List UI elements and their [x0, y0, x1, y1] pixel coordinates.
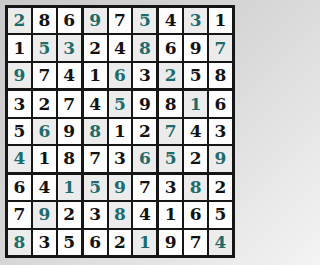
- cell-r6c9[interactable]: 9: [209, 146, 232, 171]
- cell-r7c4[interactable]: 5: [84, 175, 107, 200]
- box-6: 816743529: [159, 91, 232, 171]
- cell-r8c1[interactable]: 7: [8, 202, 31, 227]
- cell-r3c4[interactable]: 1: [84, 63, 107, 88]
- cell-r4c6[interactable]: 9: [133, 91, 156, 116]
- cell-r9c7[interactable]: 9: [159, 230, 182, 255]
- cell-r1c3[interactable]: 6: [58, 8, 81, 33]
- cell-r3c3[interactable]: 4: [58, 63, 81, 88]
- cell-r3c5[interactable]: 6: [109, 63, 132, 88]
- cell-r1c7[interactable]: 4: [159, 8, 182, 33]
- cell-r2c7[interactable]: 6: [159, 35, 182, 60]
- cell-r6c1[interactable]: 4: [8, 146, 31, 171]
- cell-r3c8[interactable]: 5: [184, 63, 207, 88]
- cell-r4c1[interactable]: 3: [8, 91, 31, 116]
- cell-r2c9[interactable]: 7: [209, 35, 232, 60]
- cell-r5c1[interactable]: 5: [8, 119, 31, 144]
- cell-r4c4[interactable]: 4: [84, 91, 107, 116]
- cell-r6c7[interactable]: 5: [159, 146, 182, 171]
- cell-r7c7[interactable]: 3: [159, 175, 182, 200]
- cell-r9c5[interactable]: 2: [109, 230, 132, 255]
- cell-r7c2[interactable]: 4: [33, 175, 56, 200]
- box-8: 597384621: [84, 175, 157, 255]
- box-3: 431697258: [159, 8, 232, 88]
- cell-r9c4[interactable]: 6: [84, 230, 107, 255]
- cell-r5c4[interactable]: 8: [84, 119, 107, 144]
- cell-r2c2[interactable]: 5: [33, 35, 56, 60]
- cell-r5c6[interactable]: 2: [133, 119, 156, 144]
- cell-r2c1[interactable]: 1: [8, 35, 31, 60]
- cell-r2c5[interactable]: 4: [109, 35, 132, 60]
- cell-r4c2[interactable]: 2: [33, 91, 56, 116]
- cell-r2c3[interactable]: 3: [58, 35, 81, 60]
- cell-r4c3[interactable]: 7: [58, 91, 81, 116]
- cell-r6c3[interactable]: 8: [58, 146, 81, 171]
- cell-r8c3[interactable]: 2: [58, 202, 81, 227]
- cell-r4c8[interactable]: 1: [184, 91, 207, 116]
- cell-r1c4[interactable]: 9: [84, 8, 107, 33]
- box-5: 459812736: [84, 91, 157, 171]
- cell-r8c5[interactable]: 8: [109, 202, 132, 227]
- cell-r8c6[interactable]: 4: [133, 202, 156, 227]
- cell-r7c1[interactable]: 6: [8, 175, 31, 200]
- cell-r8c2[interactable]: 9: [33, 202, 56, 227]
- cell-r3c7[interactable]: 2: [159, 63, 182, 88]
- cell-r6c4[interactable]: 7: [84, 146, 107, 171]
- cell-r4c9[interactable]: 6: [209, 91, 232, 116]
- cell-r2c8[interactable]: 9: [184, 35, 207, 60]
- cell-r9c3[interactable]: 5: [58, 230, 81, 255]
- cell-r7c6[interactable]: 7: [133, 175, 156, 200]
- cell-r7c8[interactable]: 8: [184, 175, 207, 200]
- cell-r8c9[interactable]: 5: [209, 202, 232, 227]
- cell-r4c7[interactable]: 8: [159, 91, 182, 116]
- cell-r1c6[interactable]: 5: [133, 8, 156, 33]
- cell-r2c6[interactable]: 8: [133, 35, 156, 60]
- cell-r5c5[interactable]: 1: [109, 119, 132, 144]
- cell-r9c9[interactable]: 4: [209, 230, 232, 255]
- cell-r9c6[interactable]: 1: [133, 230, 156, 255]
- cell-r3c9[interactable]: 8: [209, 63, 232, 88]
- cell-r5c7[interactable]: 7: [159, 119, 182, 144]
- cell-r5c3[interactable]: 9: [58, 119, 81, 144]
- box-1: 286153974: [8, 8, 81, 88]
- cell-r8c7[interactable]: 1: [159, 202, 182, 227]
- box-9: 382165974: [159, 175, 232, 255]
- cell-r6c8[interactable]: 2: [184, 146, 207, 171]
- cell-r9c2[interactable]: 3: [33, 230, 56, 255]
- cell-r8c4[interactable]: 3: [84, 202, 107, 227]
- cell-r3c2[interactable]: 7: [33, 63, 56, 88]
- cell-r1c8[interactable]: 3: [184, 8, 207, 33]
- cell-r6c5[interactable]: 3: [109, 146, 132, 171]
- cell-r8c8[interactable]: 6: [184, 202, 207, 227]
- cell-r5c8[interactable]: 4: [184, 119, 207, 144]
- cell-r2c4[interactable]: 2: [84, 35, 107, 60]
- cell-r9c8[interactable]: 7: [184, 230, 207, 255]
- cell-r6c2[interactable]: 1: [33, 146, 56, 171]
- box-4: 327569418: [8, 91, 81, 171]
- cell-r7c5[interactable]: 9: [109, 175, 132, 200]
- cell-r1c1[interactable]: 2: [8, 8, 31, 33]
- cell-r7c3[interactable]: 1: [58, 175, 81, 200]
- cell-r1c9[interactable]: 1: [209, 8, 232, 33]
- cell-r5c9[interactable]: 3: [209, 119, 232, 144]
- cell-r4c5[interactable]: 5: [109, 91, 132, 116]
- box-7: 641792835: [8, 175, 81, 255]
- cell-r7c9[interactable]: 2: [209, 175, 232, 200]
- cell-r6c6[interactable]: 6: [133, 146, 156, 171]
- cell-r3c1[interactable]: 9: [8, 63, 31, 88]
- cell-r9c1[interactable]: 8: [8, 230, 31, 255]
- cell-r5c2[interactable]: 6: [33, 119, 56, 144]
- cell-r3c6[interactable]: 3: [133, 63, 156, 88]
- box-2: 975248163: [84, 8, 157, 88]
- cell-r1c2[interactable]: 8: [33, 8, 56, 33]
- sudoku-board: 2861539749752481634316972583275694184598…: [5, 5, 235, 258]
- cell-r1c5[interactable]: 7: [109, 8, 132, 33]
